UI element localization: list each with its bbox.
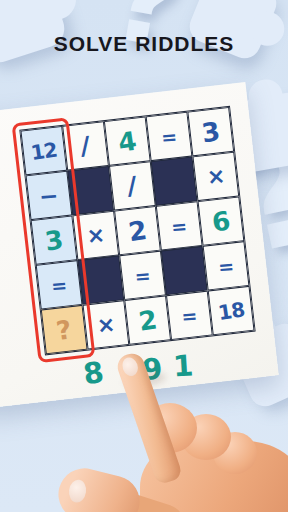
pointing-hand bbox=[0, 0, 288, 512]
thumbnail bbox=[68, 479, 88, 504]
fingernail bbox=[120, 355, 140, 378]
app-screen: ? ? ? SOLVE RIDDLES 12/4=3−/×3×2=6===?×2… bbox=[0, 0, 288, 512]
thumb bbox=[53, 463, 145, 512]
